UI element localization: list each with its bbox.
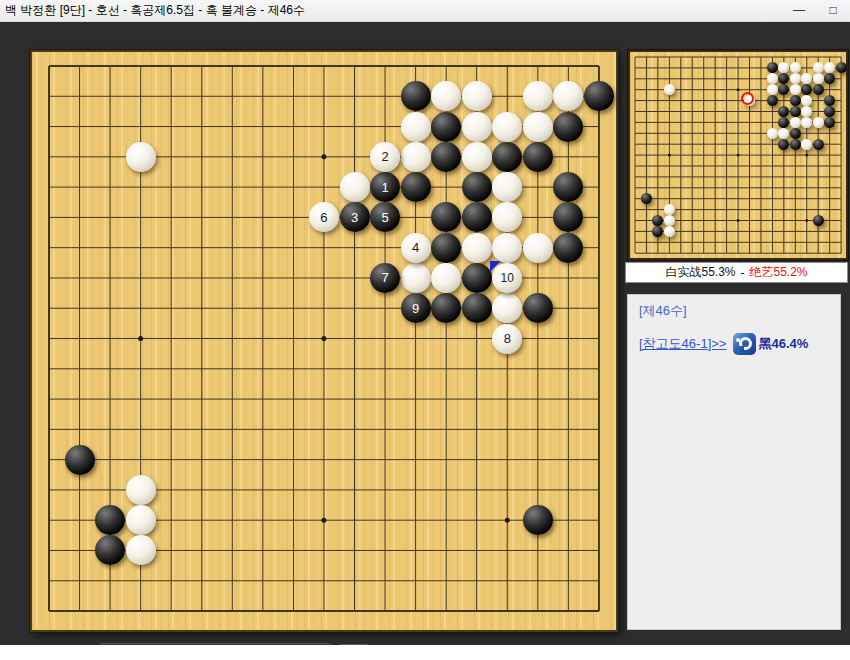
mini-preview-board xyxy=(628,50,848,260)
go-stone-white xyxy=(664,84,675,95)
go-stone-black xyxy=(65,445,95,475)
go-stone-black xyxy=(790,106,801,117)
go-stone-white xyxy=(664,204,675,215)
go-stone-white xyxy=(523,233,553,263)
go-stone-black xyxy=(431,233,461,263)
minimize-icon[interactable]: — xyxy=(782,1,816,21)
go-stone-white xyxy=(664,215,675,226)
go-stone-black xyxy=(790,95,801,106)
go-stone-black xyxy=(462,263,492,293)
go-stone-white xyxy=(126,505,156,535)
go-stone-white xyxy=(492,233,522,263)
move-number-label: [제46수] xyxy=(639,302,687,320)
go-stone-white xyxy=(767,128,778,139)
go-stone-white xyxy=(401,263,431,293)
go-stone-white xyxy=(401,112,431,142)
go-stone-black xyxy=(778,139,789,150)
go-stone-black xyxy=(836,62,847,73)
go-stone-white xyxy=(462,112,492,142)
window-titlebar: 백 박정환 [9단] - 호선 - 흑공제6.5집 - 흑 불계승 - 제46수… xyxy=(0,0,850,22)
go-stone-white xyxy=(767,84,778,95)
go-stone-black xyxy=(790,139,801,150)
move-number: 5 xyxy=(370,202,400,232)
go-stone-black xyxy=(462,293,492,323)
move-number: 6 xyxy=(309,202,339,232)
move-number: 9 xyxy=(401,293,431,323)
go-stone-white xyxy=(340,172,370,202)
go-stone-white xyxy=(523,112,553,142)
go-stone-black: 9 xyxy=(401,293,431,323)
winrate-bar: 白实战55.3% - 绝艺55.2% xyxy=(625,262,848,283)
go-stone-white: 2 xyxy=(370,142,400,172)
ai-result-value: 黑46.4% xyxy=(758,335,808,353)
go-stone-black xyxy=(824,117,835,128)
go-stone-white xyxy=(462,142,492,172)
go-stone-white xyxy=(523,81,553,111)
go-stone-black xyxy=(523,142,553,172)
go-stone-black xyxy=(553,233,583,263)
go-stone-black: 1 xyxy=(370,172,400,202)
go-stone-black xyxy=(523,505,553,535)
bottom-strip xyxy=(0,645,850,660)
go-stone-black xyxy=(584,81,614,111)
move-number: 2 xyxy=(370,142,400,172)
move-number: 1 xyxy=(370,172,400,202)
go-stone-white xyxy=(126,142,156,172)
go-stone-white xyxy=(813,117,824,128)
go-stone-black xyxy=(492,142,522,172)
go-stone-white xyxy=(492,112,522,142)
go-stone-white xyxy=(664,226,675,237)
go-stone-black: 3 xyxy=(340,202,370,232)
go-stone-black xyxy=(431,142,461,172)
move-number: 7 xyxy=(370,263,400,293)
go-stone-black xyxy=(790,128,801,139)
go-stone-white xyxy=(790,84,801,95)
go-stone-white: 6 xyxy=(309,202,339,232)
go-stone-white xyxy=(126,475,156,505)
go-stone-white: 8 xyxy=(492,324,522,354)
move-number: 3 xyxy=(340,202,370,232)
go-stone-white xyxy=(431,263,461,293)
go-stone-black xyxy=(553,112,583,142)
go-stone-white xyxy=(462,81,492,111)
go-stone-black xyxy=(813,215,824,226)
last-move-triangle-marker xyxy=(490,261,501,272)
go-stone-black xyxy=(401,172,431,202)
move-number: 8 xyxy=(492,324,522,354)
window-title: 백 박정환 [9단] - 호선 - 흑공제6.5집 - 흑 불계승 - 제46수 xyxy=(0,2,305,19)
go-stone-black xyxy=(813,84,824,95)
white-actual-winrate: 白实战55.3% xyxy=(665,264,735,281)
mini-board-grid xyxy=(630,52,846,258)
main-board-grid: 12345678910 xyxy=(32,52,616,630)
go-stone-white xyxy=(462,233,492,263)
ai-winrate: 绝艺55.2% xyxy=(750,264,808,281)
winrate-separator: - xyxy=(741,266,745,280)
go-stone-black xyxy=(401,81,431,111)
go-stone-black xyxy=(462,202,492,232)
go-stone-black xyxy=(462,172,492,202)
reference-diagram-link[interactable]: [참고도46-1]>> xyxy=(639,335,726,353)
go-stone-black xyxy=(813,139,824,150)
analysis-panel: [제46수] [참고도46-1]>> 黑46.4% xyxy=(627,294,841,630)
go-stone-white xyxy=(801,139,812,150)
app-content: 12345678910 白实战55.3% - 绝艺55.2% [제46수] [참… xyxy=(0,22,850,645)
move-number: 4 xyxy=(401,233,431,263)
go-stone-black: 7 xyxy=(370,263,400,293)
go-stone-black: 5 xyxy=(370,202,400,232)
maximize-icon[interactable]: □ xyxy=(816,1,850,21)
ai-engine-logo-icon xyxy=(733,333,756,355)
main-go-board[interactable]: 12345678910 xyxy=(30,50,618,632)
go-stone-black xyxy=(523,293,553,323)
ai-move-red-circle-marker xyxy=(741,92,754,105)
go-stone-white: 4 xyxy=(401,233,431,263)
go-stone-white xyxy=(790,117,801,128)
go-stone-white xyxy=(401,142,431,172)
go-stone-white xyxy=(813,73,824,84)
go-stone-black xyxy=(767,95,778,106)
go-stone-black xyxy=(431,112,461,142)
go-stone-white xyxy=(126,535,156,565)
